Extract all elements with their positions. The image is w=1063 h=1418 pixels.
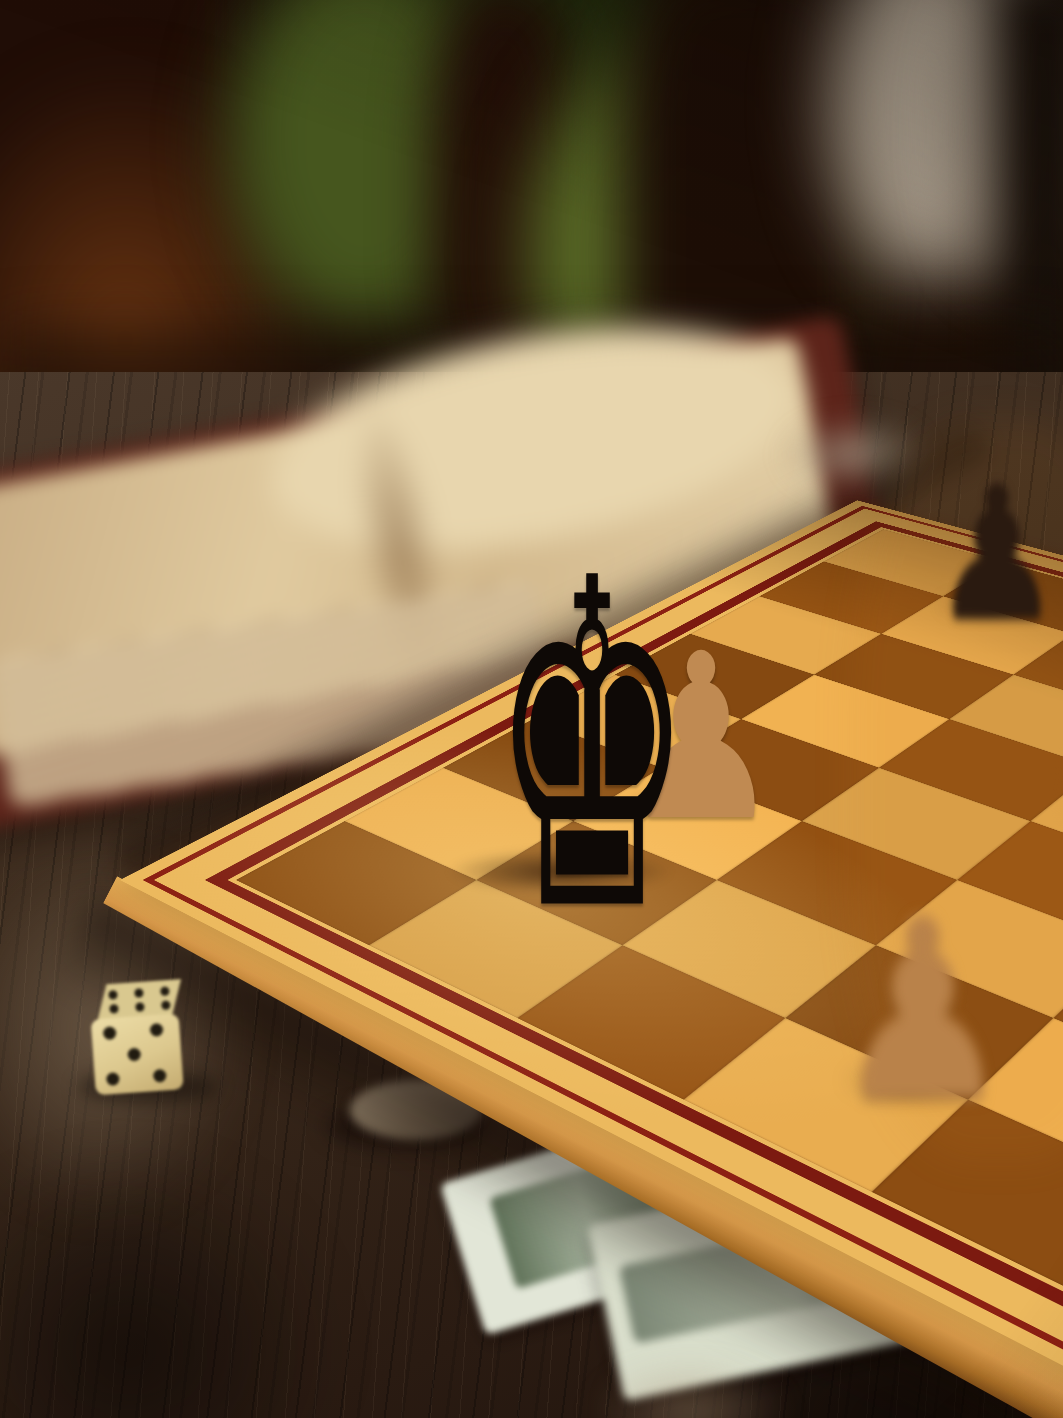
die-pip: [106, 1072, 120, 1086]
die: [88, 979, 193, 1096]
die-pip: [161, 1001, 171, 1011]
die-pip: [135, 1002, 145, 1012]
table-shadow-bottom-left: [0, 1150, 340, 1418]
die-pip: [128, 1048, 142, 1062]
scene: ♟♟♚♟: [0, 0, 1063, 1418]
die-pip: [108, 990, 118, 1000]
depth-of-field-haze: [850, 420, 1063, 1160]
die-pip: [153, 1069, 167, 1083]
die-pip: [134, 988, 144, 998]
die-pip: [102, 1026, 116, 1040]
die-pip: [150, 1023, 164, 1037]
die-front-face: [91, 1013, 184, 1095]
die-pip: [109, 1004, 119, 1014]
die-pip: [160, 986, 170, 996]
